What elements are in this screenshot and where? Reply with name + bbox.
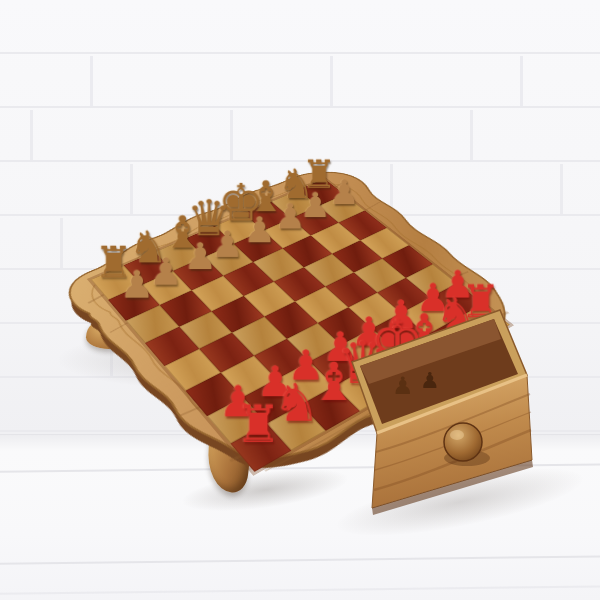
drawer-knob [444, 423, 482, 461]
pawn-glyph: ♟ [184, 238, 217, 275]
spare-pawn-icon: ♟ [392, 372, 414, 400]
photo-canvas: { "game": "chess", "caption": "Handcraft… [0, 0, 600, 600]
knob-highlight [450, 430, 464, 440]
rook-glyph: ♜ [236, 399, 282, 450]
storage-drawer: ♟ ♟ [330, 290, 600, 520]
pawn-glyph: ♟ [275, 199, 306, 234]
pawn-glyph: ♟ [120, 266, 154, 304]
pawn-glyph: ♟ [244, 212, 276, 248]
pawn-glyph: ♟ [329, 175, 360, 209]
pawn-glyph: ♟ [149, 253, 183, 291]
spare-pawn-icon: ♟ [420, 368, 440, 393]
